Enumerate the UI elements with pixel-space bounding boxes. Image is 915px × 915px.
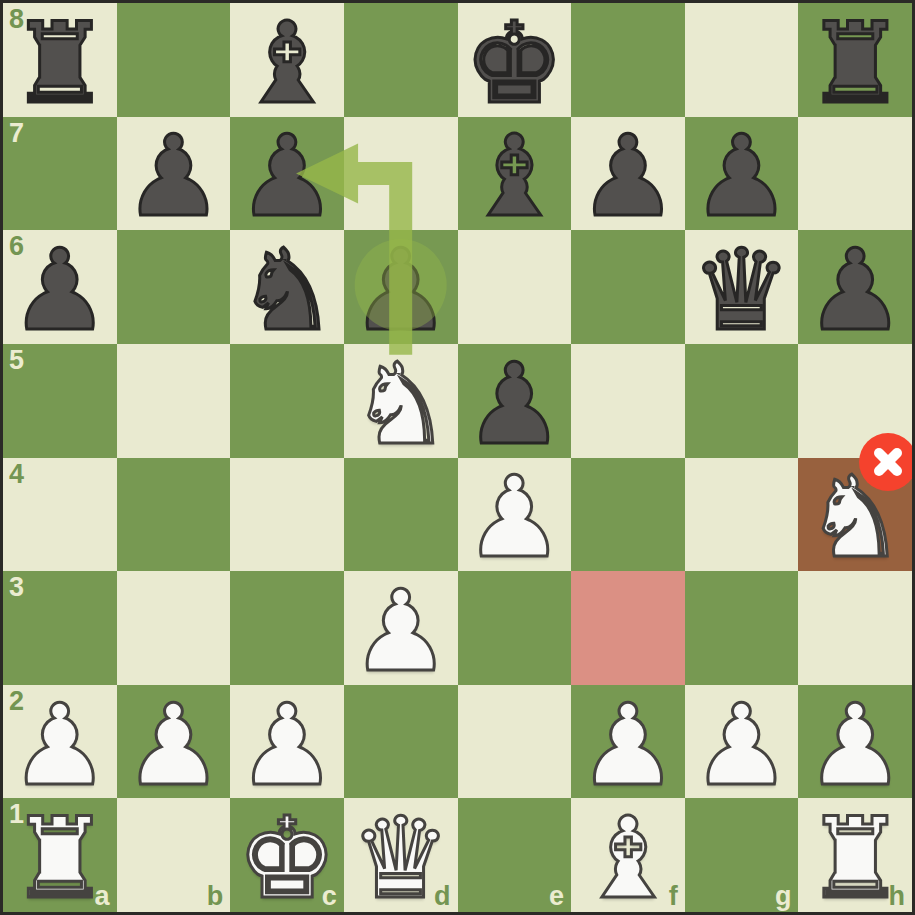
square-h8[interactable]: ♜ [798,3,912,117]
file-label-e: e [549,883,564,910]
black-pawn-a6[interactable]: ♟ [10,234,110,346]
white-pawn-h2[interactable]: ♟ [805,689,905,801]
square-g7[interactable]: ♟ [685,117,799,231]
black-bishop-e7[interactable]: ♝ [464,120,564,232]
square-g2[interactable]: ♟ [685,685,799,799]
black-pawn-b7[interactable]: ♟ [123,120,223,232]
white-knight-h4[interactable]: ♞ [805,461,905,573]
square-h7[interactable] [798,117,912,231]
black-rook-h8[interactable]: ♜ [805,7,905,119]
square-h5[interactable] [798,344,912,458]
black-rook-a8[interactable]: ♜ [10,7,110,119]
black-queen-g6[interactable]: ♛ [691,234,791,346]
square-e2[interactable] [458,685,572,799]
square-c4[interactable] [230,458,344,572]
white-queen-d1[interactable]: ♛ [350,802,450,914]
square-b5[interactable] [117,344,231,458]
square-b1[interactable]: b [117,798,231,912]
square-c7[interactable]: ♟ [230,117,344,231]
square-g6[interactable]: ♛ [685,230,799,344]
square-f3[interactable] [571,571,685,685]
square-c1[interactable]: c♚ [230,798,344,912]
square-a4[interactable]: 4 [3,458,117,572]
square-d5[interactable]: ♞ [344,344,458,458]
square-g4[interactable] [685,458,799,572]
square-c8[interactable]: ♝ [230,3,344,117]
square-f8[interactable] [571,3,685,117]
square-b6[interactable] [117,230,231,344]
square-d3[interactable]: ♟ [344,571,458,685]
white-pawn-d3[interactable]: ♟ [350,575,450,687]
square-f1[interactable]: f♝ [571,798,685,912]
black-pawn-c7[interactable]: ♟ [237,120,337,232]
square-e3[interactable] [458,571,572,685]
square-d1[interactable]: d♛ [344,798,458,912]
white-pawn-e4[interactable]: ♟ [464,461,564,573]
square-a8[interactable]: 8♜ [3,3,117,117]
square-c6[interactable]: ♞ [230,230,344,344]
square-c5[interactable] [230,344,344,458]
square-e1[interactable]: e [458,798,572,912]
square-h2[interactable]: ♟ [798,685,912,799]
square-d4[interactable] [344,458,458,572]
black-pawn-h6[interactable]: ♟ [805,234,905,346]
square-d2[interactable] [344,685,458,799]
square-f6[interactable] [571,230,685,344]
square-h3[interactable] [798,571,912,685]
white-pawn-f2[interactable]: ♟ [578,689,678,801]
square-d8[interactable] [344,3,458,117]
square-d6[interactable]: ♟ [344,230,458,344]
square-a3[interactable]: 3 [3,571,117,685]
square-h6[interactable]: ♟ [798,230,912,344]
square-a1[interactable]: 1a♜ [3,798,117,912]
square-g5[interactable] [685,344,799,458]
square-a5[interactable]: 5 [3,344,117,458]
square-a7[interactable]: 7 [3,117,117,231]
rank-label-3: 3 [9,574,24,601]
square-e4[interactable]: ♟ [458,458,572,572]
black-king-e8[interactable]: ♚ [464,7,564,119]
square-f2[interactable]: ♟ [571,685,685,799]
chess-board: 8♜♝♚♜7♟♟♝♟♟6♟♞♟♛♟5♞♟4♟♞3♟2♟♟♟♟♟♟1a♜bc♚d♛… [3,3,912,912]
square-a2[interactable]: 2♟ [3,685,117,799]
rank-label-5: 5 [9,347,24,374]
square-a6[interactable]: 6♟ [3,230,117,344]
square-e8[interactable]: ♚ [458,3,572,117]
square-b4[interactable] [117,458,231,572]
square-b8[interactable] [117,3,231,117]
square-f4[interactable] [571,458,685,572]
white-pawn-b2[interactable]: ♟ [123,689,223,801]
white-pawn-g2[interactable]: ♟ [691,689,791,801]
white-king-c1[interactable]: ♚ [237,802,337,914]
white-bishop-f1[interactable]: ♝ [578,802,678,914]
white-pawn-a2[interactable]: ♟ [10,689,110,801]
square-g8[interactable] [685,3,799,117]
black-pawn-f7[interactable]: ♟ [578,120,678,232]
square-c2[interactable]: ♟ [230,685,344,799]
square-b3[interactable] [117,571,231,685]
square-h4[interactable]: ♞ [798,458,912,572]
file-label-b: b [207,883,224,910]
square-e6[interactable] [458,230,572,344]
black-pawn-g7[interactable]: ♟ [691,120,791,232]
rank-label-7: 7 [9,120,24,147]
white-pawn-c2[interactable]: ♟ [237,689,337,801]
file-label-g: g [775,883,792,910]
square-h1[interactable]: h♜ [798,798,912,912]
screen-background: 8♜♝♚♜7♟♟♝♟♟6♟♞♟♛♟5♞♟4♟♞3♟2♟♟♟♟♟♟1a♜bc♚d♛… [0,0,915,915]
square-e7[interactable]: ♝ [458,117,572,231]
square-d7[interactable] [344,117,458,231]
square-b2[interactable]: ♟ [117,685,231,799]
white-rook-a1[interactable]: ♜ [10,802,110,914]
rank-label-4: 4 [9,461,24,488]
square-f7[interactable]: ♟ [571,117,685,231]
square-f5[interactable] [571,344,685,458]
white-knight-d5[interactable]: ♞ [350,348,450,460]
black-knight-c6[interactable]: ♞ [237,234,337,346]
square-c3[interactable] [230,571,344,685]
white-rook-h1[interactable]: ♜ [805,802,905,914]
black-pawn-e5[interactable]: ♟ [464,348,564,460]
black-pawn-d6[interactable]: ♟ [350,234,450,346]
square-e5[interactable]: ♟ [458,344,572,458]
square-g1[interactable]: g [685,798,799,912]
square-g3[interactable] [685,571,799,685]
square-b7[interactable]: ♟ [117,117,231,231]
black-bishop-c8[interactable]: ♝ [237,7,337,119]
